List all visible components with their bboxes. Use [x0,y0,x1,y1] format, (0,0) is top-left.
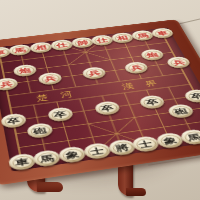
piece-red-elephant-left[interactable]: 相 [29,41,53,53]
piece-red-soldier-3[interactable]: 兵 [81,66,107,80]
piece-red-cannon-left[interactable]: 炮 [13,64,38,78]
piece-black-cannon-right[interactable]: 砲 [166,103,195,119]
piece-red-soldier-2[interactable]: 兵 [37,72,63,86]
piece-black-horse-left[interactable]: 馬 [33,149,62,167]
piece-black-cannon-left[interactable]: 砲 [26,122,54,139]
piece-black-elephant-right[interactable]: 象 [155,132,186,149]
piece-black-soldier-4[interactable]: 卒 [138,94,166,109]
scene: 楚 河 漢 界 車馬相仕帥仕相馬車炮炮兵兵兵兵兵卒卒卒卒卒砲砲車馬象士將士象馬車 [0,0,200,200]
piece-black-chariot-left[interactable]: 車 [7,153,36,172]
piece-black-general[interactable]: 將 [107,139,137,157]
piece-red-soldier-5[interactable]: 兵 [165,56,192,69]
piece-red-advisor-right[interactable]: 仕 [90,34,114,46]
piece-red-soldier-1[interactable]: 兵 [0,77,18,91]
pieces-layer: 車馬相仕帥仕相馬車炮炮兵兵兵兵兵卒卒卒卒卒砲砲車馬象士將士象馬車 [0,27,200,171]
piece-red-cannon-right[interactable]: 炮 [139,48,165,61]
piece-red-horse-left[interactable]: 馬 [8,44,32,57]
piece-red-general[interactable]: 帥 [70,36,94,48]
piece-black-soldier-1[interactable]: 卒 [0,113,27,129]
piece-black-advisor-right[interactable]: 士 [131,135,161,153]
xiangqi-board[interactable]: 楚 河 漢 界 車馬相仕帥仕相馬車炮炮兵兵兵兵兵卒卒卒卒卒砲砲車馬象士將士象馬車 [0,27,200,171]
piece-black-soldier-2[interactable]: 卒 [47,106,74,122]
river-text-left: 楚 河 [36,89,78,102]
piece-red-advisor-left[interactable]: 仕 [50,39,74,51]
piece-black-soldier-3[interactable]: 卒 [93,100,121,116]
piece-black-soldier-5[interactable]: 卒 [182,88,200,103]
piece-black-horse-right[interactable]: 馬 [178,129,200,146]
piece-black-elephant-left[interactable]: 象 [58,146,88,164]
piece-black-advisor-left[interactable]: 士 [82,142,112,160]
piece-red-elephant-right[interactable]: 相 [110,32,135,44]
piece-red-chariot-right[interactable]: 車 [150,27,175,39]
piece-red-soldier-4[interactable]: 兵 [123,61,149,74]
